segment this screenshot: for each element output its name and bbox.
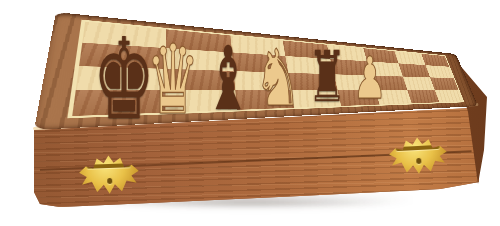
square-h3 xyxy=(425,65,453,78)
square-d3 xyxy=(286,56,334,74)
chess-box-product-photo: ♚♛♝♞♜♟ xyxy=(0,0,500,226)
piece-shadow xyxy=(153,105,193,114)
square-b2 xyxy=(166,68,236,89)
latch-screw-hole xyxy=(107,177,113,183)
piece-shadow xyxy=(100,109,147,118)
piece-shadow xyxy=(358,91,382,100)
square-f3 xyxy=(367,61,403,76)
piece-shadow xyxy=(312,94,341,103)
square-h2 xyxy=(430,77,458,89)
square-a2 xyxy=(76,66,166,90)
square-c2 xyxy=(234,71,291,90)
square-e2 xyxy=(333,74,375,90)
square-b3 xyxy=(166,48,234,70)
square-h1 xyxy=(434,89,463,102)
latch-screw-hole xyxy=(416,158,422,164)
square-e3 xyxy=(330,59,371,75)
square-f2 xyxy=(371,75,407,89)
piece-shadow xyxy=(262,97,295,106)
piece-shadow xyxy=(210,101,247,110)
square-c3 xyxy=(232,53,288,73)
square-a3 xyxy=(79,43,166,69)
square-d2 xyxy=(288,72,336,89)
